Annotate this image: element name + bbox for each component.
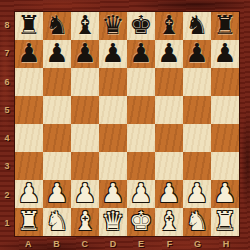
square-f3[interactable] [155, 152, 183, 180]
square-h4[interactable] [211, 124, 239, 152]
piece-black-pawn: ♟ [101, 39, 124, 67]
rank-label-3: 3 [0, 152, 14, 180]
piece-white-pawn: ♟ [213, 179, 236, 207]
piece-black-pawn: ♟ [157, 39, 180, 67]
square-a7[interactable]: ♟ [15, 40, 43, 68]
square-f2[interactable]: ♟ [155, 180, 183, 208]
rank-label-7: 7 [0, 39, 14, 67]
square-c2[interactable]: ♟ [71, 180, 99, 208]
square-f5[interactable] [155, 96, 183, 124]
square-d5[interactable] [99, 96, 127, 124]
square-e3[interactable] [127, 152, 155, 180]
piece-white-pawn: ♟ [73, 179, 96, 207]
file-label-b: B [42, 237, 70, 250]
rank-label-8: 8 [0, 11, 14, 39]
square-g8[interactable]: ♞ [183, 12, 211, 40]
square-c4[interactable] [71, 124, 99, 152]
square-f6[interactable] [155, 68, 183, 96]
piece-black-pawn: ♟ [73, 39, 96, 67]
square-a3[interactable] [15, 152, 43, 180]
square-e1[interactable]: ♚ [127, 208, 155, 236]
piece-black-king: ♚ [129, 11, 152, 39]
square-d7[interactable]: ♟ [99, 40, 127, 68]
square-b8[interactable]: ♞ [43, 12, 71, 40]
piece-black-bishop: ♝ [73, 11, 96, 39]
piece-black-pawn: ♟ [129, 39, 152, 67]
file-label-d: D [99, 237, 127, 250]
square-a5[interactable] [15, 96, 43, 124]
square-b3[interactable] [43, 152, 71, 180]
rank-label-4: 4 [0, 124, 14, 152]
piece-white-knight: ♞ [45, 207, 68, 235]
file-label-f: F [155, 237, 183, 250]
square-c5[interactable] [71, 96, 99, 124]
square-b6[interactable] [43, 68, 71, 96]
square-d8[interactable]: ♛ [99, 12, 127, 40]
square-c7[interactable]: ♟ [71, 40, 99, 68]
piece-white-pawn: ♟ [101, 179, 124, 207]
square-d1[interactable]: ♛ [99, 208, 127, 236]
piece-white-pawn: ♟ [17, 179, 40, 207]
piece-white-bishop: ♝ [157, 207, 180, 235]
square-g7[interactable]: ♟ [183, 40, 211, 68]
square-h7[interactable]: ♟ [211, 40, 239, 68]
chess-board-frame: 87654321 ABCDEFGH ♜♞♝♛♚♝♞♜♟♟♟♟♟♟♟♟♟♟♟♟♟♟… [0, 0, 250, 250]
square-f8[interactable]: ♝ [155, 12, 183, 40]
square-c3[interactable] [71, 152, 99, 180]
square-e6[interactable] [127, 68, 155, 96]
square-d4[interactable] [99, 124, 127, 152]
rank-labels: 87654321 [0, 11, 14, 237]
square-b4[interactable] [43, 124, 71, 152]
square-d2[interactable]: ♟ [99, 180, 127, 208]
file-label-a: A [14, 237, 42, 250]
square-h2[interactable]: ♟ [211, 180, 239, 208]
square-g1[interactable]: ♞ [183, 208, 211, 236]
piece-white-rook: ♜ [17, 207, 40, 235]
square-h1[interactable]: ♜ [211, 208, 239, 236]
file-labels: ABCDEFGH [14, 237, 240, 250]
square-f1[interactable]: ♝ [155, 208, 183, 236]
square-h3[interactable] [211, 152, 239, 180]
square-g2[interactable]: ♟ [183, 180, 211, 208]
square-f4[interactable] [155, 124, 183, 152]
piece-black-rook: ♜ [17, 11, 40, 39]
piece-black-knight: ♞ [185, 11, 208, 39]
square-g6[interactable] [183, 68, 211, 96]
piece-white-rook: ♜ [213, 207, 236, 235]
square-b2[interactable]: ♟ [43, 180, 71, 208]
square-b7[interactable]: ♟ [43, 40, 71, 68]
piece-black-pawn: ♟ [45, 39, 68, 67]
square-g4[interactable] [183, 124, 211, 152]
rank-label-1: 1 [0, 209, 14, 237]
piece-white-pawn: ♟ [157, 179, 180, 207]
square-e8[interactable]: ♚ [127, 12, 155, 40]
file-label-c: C [71, 237, 99, 250]
square-h8[interactable]: ♜ [211, 12, 239, 40]
square-c1[interactable]: ♝ [71, 208, 99, 236]
square-e7[interactable]: ♟ [127, 40, 155, 68]
square-a1[interactable]: ♜ [15, 208, 43, 236]
file-label-g: G [184, 237, 212, 250]
piece-black-queen: ♛ [101, 11, 124, 39]
square-a8[interactable]: ♜ [15, 12, 43, 40]
square-f7[interactable]: ♟ [155, 40, 183, 68]
piece-white-pawn: ♟ [129, 179, 152, 207]
rank-label-6: 6 [0, 68, 14, 96]
piece-white-king: ♚ [129, 207, 152, 235]
piece-white-queen: ♛ [101, 207, 124, 235]
square-d6[interactable] [99, 68, 127, 96]
rank-label-5: 5 [0, 96, 14, 124]
piece-white-knight: ♞ [185, 207, 208, 235]
square-b1[interactable]: ♞ [43, 208, 71, 236]
piece-white-bishop: ♝ [73, 207, 96, 235]
square-h5[interactable] [211, 96, 239, 124]
piece-white-pawn: ♟ [185, 179, 208, 207]
square-e2[interactable]: ♟ [127, 180, 155, 208]
square-d3[interactable] [99, 152, 127, 180]
square-a6[interactable] [15, 68, 43, 96]
piece-black-bishop: ♝ [157, 11, 180, 39]
square-c8[interactable]: ♝ [71, 12, 99, 40]
square-g3[interactable] [183, 152, 211, 180]
piece-black-pawn: ♟ [213, 39, 236, 67]
square-e5[interactable] [127, 96, 155, 124]
square-e4[interactable] [127, 124, 155, 152]
square-c6[interactable] [71, 68, 99, 96]
square-a2[interactable]: ♟ [15, 180, 43, 208]
file-label-e: E [127, 237, 155, 250]
rank-label-2: 2 [0, 181, 14, 209]
piece-black-pawn: ♟ [17, 39, 40, 67]
square-h6[interactable] [211, 68, 239, 96]
chess-board: ♜♞♝♛♚♝♞♜♟♟♟♟♟♟♟♟♟♟♟♟♟♟♟♟♜♞♝♛♚♝♞♜ [14, 11, 240, 237]
square-a4[interactable] [15, 124, 43, 152]
piece-black-rook: ♜ [213, 11, 236, 39]
file-label-h: H [212, 237, 240, 250]
square-b5[interactable] [43, 96, 71, 124]
piece-black-knight: ♞ [45, 11, 68, 39]
piece-white-pawn: ♟ [45, 179, 68, 207]
piece-black-pawn: ♟ [185, 39, 208, 67]
square-g5[interactable] [183, 96, 211, 124]
